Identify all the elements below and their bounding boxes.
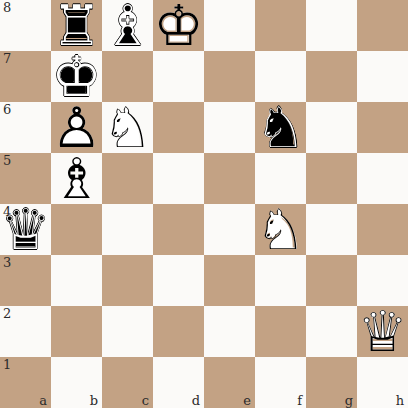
- chess-board-wrap: ♜♖♝♗♚♔♚♔♟♙♞♘♞♘♝♗♛♕♞♘♛♕87654321abcdefgh: [0, 0, 408, 408]
- square-b3[interactable]: [51, 255, 102, 306]
- piece-glyph-outline: ♘: [255, 102, 306, 153]
- square-d2[interactable]: [153, 306, 204, 357]
- piece-glyph-outline: ♗: [51, 153, 102, 204]
- square-c5[interactable]: [102, 153, 153, 204]
- square-d7[interactable]: [153, 51, 204, 102]
- square-b2[interactable]: [51, 306, 102, 357]
- square-d3[interactable]: [153, 255, 204, 306]
- square-h8[interactable]: [357, 0, 408, 51]
- square-c4[interactable]: [102, 204, 153, 255]
- square-c6[interactable]: ♞♘: [102, 102, 153, 153]
- square-d4[interactable]: [153, 204, 204, 255]
- piece-glyph-outline: ♗: [102, 0, 153, 51]
- rank-label-5: 5: [3, 154, 11, 167]
- square-d8[interactable]: ♚♔: [153, 0, 204, 51]
- file-label-c: c: [102, 394, 149, 407]
- square-c3[interactable]: [102, 255, 153, 306]
- piece-white-knight[interactable]: ♞♘: [102, 102, 153, 153]
- rank-label-2: 2: [3, 307, 11, 320]
- square-e5[interactable]: [204, 153, 255, 204]
- square-b4[interactable]: [51, 204, 102, 255]
- square-e3[interactable]: [204, 255, 255, 306]
- rank-label-1: 1: [3, 358, 11, 371]
- square-h6[interactable]: [357, 102, 408, 153]
- piece-white-king[interactable]: ♚♔: [153, 0, 204, 51]
- square-g8[interactable]: [306, 0, 357, 51]
- piece-white-queen[interactable]: ♛♕: [357, 306, 408, 357]
- piece-black-queen[interactable]: ♛♕: [0, 204, 51, 255]
- square-h7[interactable]: [357, 51, 408, 102]
- square-h2[interactable]: ♛♕: [357, 306, 408, 357]
- square-g2[interactable]: [306, 306, 357, 357]
- square-e8[interactable]: [204, 0, 255, 51]
- piece-glyph-outline: ♕: [357, 306, 408, 357]
- chess-board: ♜♖♝♗♚♔♚♔♟♙♞♘♞♘♝♗♛♕♞♘♛♕87654321abcdefgh: [0, 0, 408, 408]
- file-label-g: g: [306, 394, 353, 407]
- square-h4[interactable]: [357, 204, 408, 255]
- square-g5[interactable]: [306, 153, 357, 204]
- square-f2[interactable]: [255, 306, 306, 357]
- square-g7[interactable]: [306, 51, 357, 102]
- piece-glyph-outline: ♔: [153, 0, 204, 51]
- square-d6[interactable]: [153, 102, 204, 153]
- square-d5[interactable]: [153, 153, 204, 204]
- rank-label-8: 8: [3, 1, 11, 14]
- square-e2[interactable]: [204, 306, 255, 357]
- piece-black-bishop[interactable]: ♝♗: [102, 0, 153, 51]
- square-c8[interactable]: ♝♗: [102, 0, 153, 51]
- file-label-e: e: [204, 394, 251, 407]
- piece-white-knight[interactable]: ♞♘: [255, 204, 306, 255]
- square-f4[interactable]: ♞♘: [255, 204, 306, 255]
- square-e6[interactable]: [204, 102, 255, 153]
- square-b5[interactable]: ♝♗: [51, 153, 102, 204]
- square-f8[interactable]: [255, 0, 306, 51]
- file-label-a: a: [0, 394, 47, 407]
- square-h5[interactable]: [357, 153, 408, 204]
- square-e4[interactable]: [204, 204, 255, 255]
- piece-black-knight[interactable]: ♞♘: [255, 102, 306, 153]
- file-label-f: f: [255, 394, 302, 407]
- rank-label-7: 7: [3, 52, 11, 65]
- piece-glyph-outline: ♘: [102, 102, 153, 153]
- square-g6[interactable]: [306, 102, 357, 153]
- piece-glyph-outline: ♘: [255, 204, 306, 255]
- piece-glyph-outline: ♕: [0, 204, 51, 255]
- square-f3[interactable]: [255, 255, 306, 306]
- file-label-h: h: [357, 394, 404, 407]
- square-g3[interactable]: [306, 255, 357, 306]
- square-f6[interactable]: ♞♘: [255, 102, 306, 153]
- file-label-b: b: [51, 394, 98, 407]
- square-e7[interactable]: [204, 51, 255, 102]
- square-c2[interactable]: [102, 306, 153, 357]
- piece-white-bishop[interactable]: ♝♗: [51, 153, 102, 204]
- square-a4[interactable]: ♛♕: [0, 204, 51, 255]
- file-label-d: d: [153, 394, 200, 407]
- rank-label-6: 6: [3, 103, 11, 116]
- square-g4[interactable]: [306, 204, 357, 255]
